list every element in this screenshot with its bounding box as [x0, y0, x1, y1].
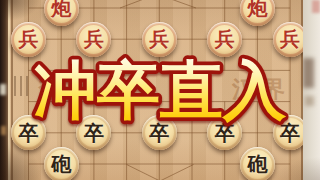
game-screen: 楚河 汉界 炮炮兵兵兵兵兵卒卒卒卒卒砲砲 冲卒直入	[0, 0, 320, 180]
banner-text: 冲卒直入	[34, 53, 287, 127]
headline-banner: 冲卒直入	[0, 0, 320, 180]
